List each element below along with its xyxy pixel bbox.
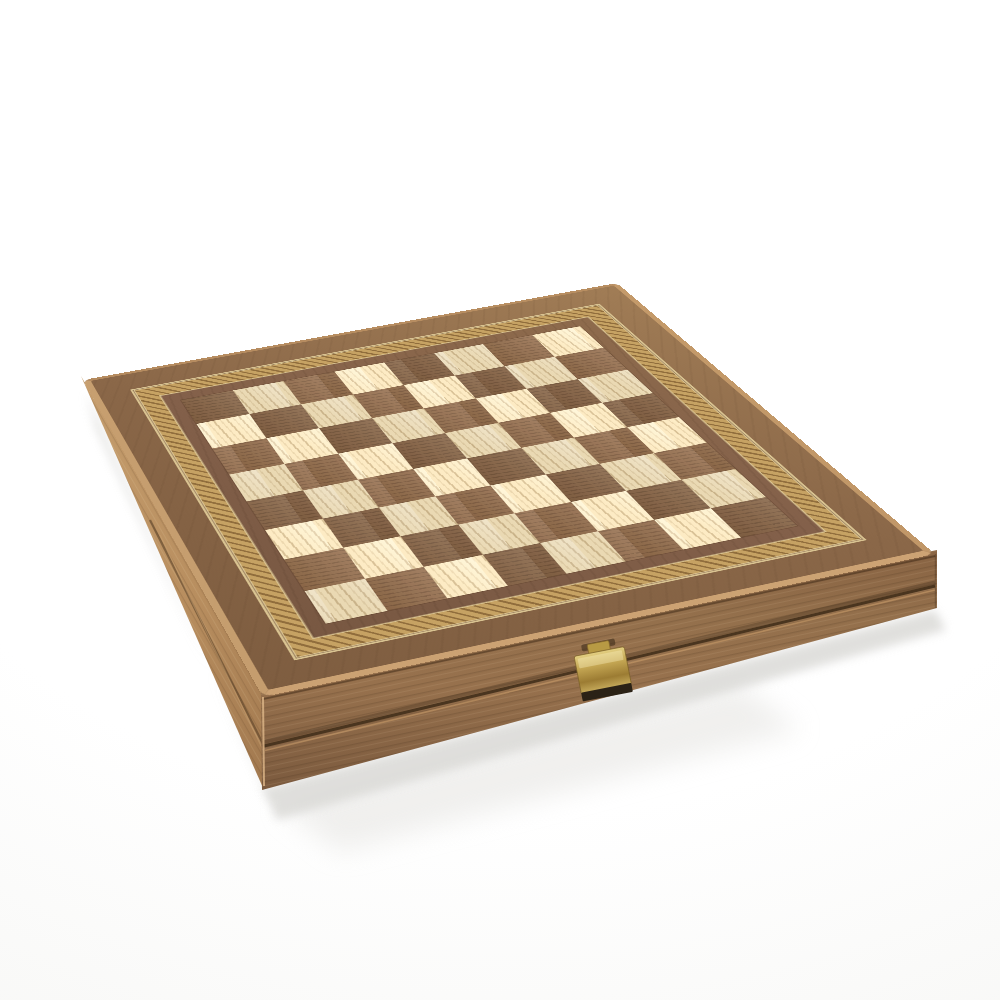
near-corner-highlight bbox=[263, 697, 264, 786]
product-photo bbox=[0, 0, 1000, 1000]
